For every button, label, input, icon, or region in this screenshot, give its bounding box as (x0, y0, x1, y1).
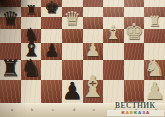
square-c3 (41, 43, 62, 60)
square-b5 (21, 17, 42, 29)
square-a1 (0, 80, 21, 103)
square-f5 (103, 17, 124, 29)
square-d2 (62, 60, 83, 80)
square-h2 (144, 60, 165, 80)
square-a4 (0, 29, 21, 43)
square-a5 (0, 17, 21, 29)
square-e7 (83, 0, 104, 7)
square-e4 (83, 29, 104, 43)
square-e1 (83, 80, 104, 103)
square-g1 (124, 80, 145, 103)
square-h7 (144, 0, 165, 7)
square-d3 (62, 43, 83, 60)
square-f6 (103, 7, 124, 17)
square-b2 (21, 60, 42, 80)
square-c7 (41, 0, 62, 7)
square-f1 (103, 80, 124, 103)
square-d5 (62, 17, 83, 29)
square-e3 (83, 43, 104, 60)
square-b6 (21, 7, 42, 17)
square-e6 (83, 7, 104, 17)
chess-board (0, 0, 165, 103)
square-g7 (124, 0, 145, 7)
square-h4 (144, 29, 165, 43)
square-g4 (124, 29, 145, 43)
square-e5 (83, 17, 104, 29)
square-c4 (41, 29, 62, 43)
square-a2 (0, 60, 21, 80)
square-g6 (124, 7, 145, 17)
square-c1 (41, 80, 62, 103)
file-label-a: a (11, 108, 13, 111)
square-f2 (103, 60, 124, 80)
file-label-b: b (31, 108, 33, 111)
square-b1 (21, 80, 42, 103)
square-h1 (144, 80, 165, 103)
square-d1 (62, 80, 83, 103)
square-e2 (83, 60, 104, 80)
square-d6 (62, 7, 83, 17)
square-h5 (144, 17, 165, 29)
square-b7 (21, 0, 42, 7)
square-a3 (0, 43, 21, 60)
watermark: ВЕСТНИК КАВКАЗА (107, 102, 165, 116)
square-f3 (103, 43, 124, 60)
file-label-c: c (52, 108, 54, 111)
square-c6 (41, 7, 62, 17)
watermark-subtitle: КАВКАЗА (107, 110, 165, 116)
square-g2 (124, 60, 145, 80)
watermark-title: ВЕСТНИК (107, 102, 165, 110)
square-c5 (41, 17, 62, 29)
square-h3 (144, 43, 165, 60)
square-a7 (0, 0, 21, 7)
chessboard-photo: abcdefgh ♜♚♛♛♜♞♝♚♝♟♟♜♞♞♟♝♟ ВЕСТНИК КАВКА… (0, 0, 165, 117)
square-d4 (62, 29, 83, 43)
square-c2 (41, 60, 62, 80)
file-label-d: d (73, 108, 75, 111)
square-b3 (21, 43, 42, 60)
file-label-e: e (93, 108, 95, 111)
square-f4 (103, 29, 124, 43)
square-g5 (124, 17, 145, 29)
watermark-subtitle-text: КАВКАЗА (121, 112, 150, 115)
square-f7 (103, 0, 124, 7)
square-d7 (62, 0, 83, 7)
square-b4 (21, 29, 42, 43)
square-g3 (124, 43, 145, 60)
square-a6 (0, 7, 21, 17)
square-h6 (144, 7, 165, 17)
